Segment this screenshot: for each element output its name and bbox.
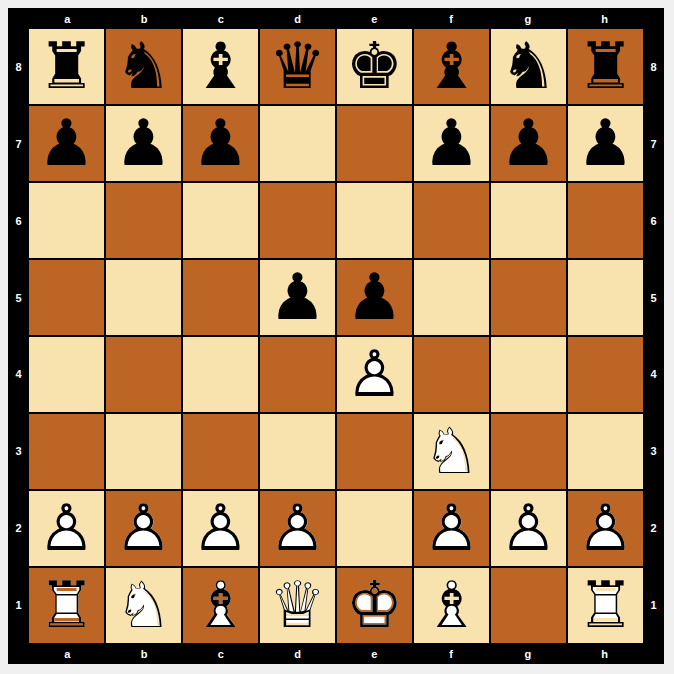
black-knight[interactable]: ♞ (491, 29, 566, 104)
square-h2[interactable]: ♟♙ (568, 491, 643, 566)
square-e3[interactable] (337, 414, 412, 489)
square-g2[interactable]: ♟♙ (491, 491, 566, 566)
rank-labels-right: 87654321 (643, 29, 664, 643)
rank-label-2: 2 (8, 490, 29, 567)
piece-fill-glyph: ♟ (577, 106, 634, 181)
square-a5[interactable] (29, 260, 104, 335)
white-pawn[interactable]: ♟♙ (568, 491, 643, 566)
white-king[interactable]: ♚♔ (337, 568, 412, 643)
square-d5[interactable]: ♟ (260, 260, 335, 335)
piece-outline-glyph: ♗ (192, 568, 249, 643)
piece-fill-glyph: ♞ (115, 29, 172, 104)
square-f1[interactable]: ♝♗ (414, 568, 489, 643)
square-b1[interactable]: ♞♘ (106, 568, 181, 643)
square-e1[interactable]: ♚♔ (337, 568, 412, 643)
black-pawn[interactable]: ♟ (29, 106, 104, 181)
white-queen[interactable]: ♛♕ (260, 568, 335, 643)
piece-fill-glyph: ♞ (500, 29, 557, 104)
square-f3[interactable]: ♞♘ (414, 414, 489, 489)
file-labels-top: abcdefgh (29, 8, 643, 29)
file-label-a: a (29, 8, 106, 29)
piece-outline-glyph: ♖ (577, 568, 634, 643)
piece-outline-glyph: ♙ (577, 491, 634, 566)
white-pawn[interactable]: ♟♙ (260, 491, 335, 566)
square-b8[interactable]: ♞ (106, 29, 181, 104)
square-h5[interactable] (568, 260, 643, 335)
square-f8[interactable]: ♝ (414, 29, 489, 104)
square-b7[interactable]: ♟ (106, 106, 181, 181)
square-b6[interactable] (106, 183, 181, 258)
square-d1[interactable]: ♛♕ (260, 568, 335, 643)
piece-outline-glyph: ♘ (423, 414, 480, 489)
piece-fill-glyph: ♟ (500, 106, 557, 181)
piece-fill-glyph: ♟ (269, 260, 326, 335)
square-c4[interactable] (183, 337, 258, 412)
rank-label-4: 4 (643, 336, 664, 413)
square-a2[interactable]: ♟♙ (29, 491, 104, 566)
square-a3[interactable] (29, 414, 104, 489)
black-bishop[interactable]: ♝ (414, 29, 489, 104)
square-f5[interactable] (414, 260, 489, 335)
rank-label-6: 6 (8, 183, 29, 260)
square-e6[interactable] (337, 183, 412, 258)
square-d4[interactable] (260, 337, 335, 412)
rank-label-8: 8 (8, 29, 29, 106)
square-e8[interactable]: ♚ (337, 29, 412, 104)
square-f4[interactable] (414, 337, 489, 412)
piece-outline-glyph: ♙ (269, 491, 326, 566)
piece-outline-glyph: ♘ (115, 568, 172, 643)
square-a8[interactable]: ♜ (29, 29, 104, 104)
square-a6[interactable] (29, 183, 104, 258)
square-e4[interactable]: ♟♙ (337, 337, 412, 412)
file-label-b: b (106, 8, 183, 29)
file-label-b: b (106, 643, 183, 664)
black-rook[interactable]: ♜ (29, 29, 104, 104)
square-d8[interactable]: ♛ (260, 29, 335, 104)
black-pawn[interactable]: ♟ (568, 106, 643, 181)
piece-fill-glyph: ♜ (38, 29, 95, 104)
piece-fill-glyph: ♟ (38, 106, 95, 181)
black-king[interactable]: ♚ (337, 29, 412, 104)
white-pawn[interactable]: ♟♙ (414, 491, 489, 566)
square-b4[interactable] (106, 337, 181, 412)
piece-fill-glyph: ♚ (346, 29, 403, 104)
square-b5[interactable] (106, 260, 181, 335)
piece-outline-glyph: ♙ (346, 337, 403, 412)
black-pawn[interactable]: ♟ (260, 260, 335, 335)
piece-outline-glyph: ♙ (115, 491, 172, 566)
board-squares: ♜♞♝♛♚♝♞♜♟♟♟♟♟♟♟♟♟♙♞♘♟♙♟♙♟♙♟♙♟♙♟♙♟♙♜♖♞♘♝♗… (29, 29, 643, 643)
square-g6[interactable] (491, 183, 566, 258)
square-d3[interactable] (260, 414, 335, 489)
black-pawn[interactable]: ♟ (106, 106, 181, 181)
white-knight[interactable]: ♞♘ (414, 414, 489, 489)
white-pawn[interactable]: ♟♙ (106, 491, 181, 566)
file-labels-bottom: abcdefgh (29, 643, 643, 664)
rank-label-7: 7 (643, 106, 664, 183)
black-knight[interactable]: ♞ (106, 29, 181, 104)
square-h1[interactable]: ♜♖ (568, 568, 643, 643)
white-knight[interactable]: ♞♘ (106, 568, 181, 643)
piece-fill-glyph: ♝ (192, 29, 249, 104)
file-label-h: h (566, 643, 643, 664)
square-g4[interactable] (491, 337, 566, 412)
black-pawn[interactable]: ♟ (337, 260, 412, 335)
rank-label-3: 3 (643, 413, 664, 490)
square-g1[interactable] (491, 568, 566, 643)
rank-label-2: 2 (643, 490, 664, 567)
file-label-g: g (490, 643, 567, 664)
square-f6[interactable] (414, 183, 489, 258)
square-h3[interactable] (568, 414, 643, 489)
piece-fill-glyph: ♟ (192, 106, 249, 181)
piece-fill-glyph: ♟ (115, 106, 172, 181)
piece-fill-glyph: ♝ (423, 29, 480, 104)
white-bishop[interactable]: ♝♗ (183, 568, 258, 643)
rank-label-3: 3 (8, 413, 29, 490)
file-label-g: g (490, 8, 567, 29)
piece-outline-glyph: ♔ (346, 568, 403, 643)
square-c6[interactable] (183, 183, 258, 258)
square-a4[interactable] (29, 337, 104, 412)
square-c3[interactable] (183, 414, 258, 489)
rank-label-7: 7 (8, 106, 29, 183)
rank-label-5: 5 (8, 259, 29, 336)
white-pawn[interactable]: ♟♙ (29, 491, 104, 566)
file-label-e: e (336, 8, 413, 29)
piece-outline-glyph: ♙ (38, 491, 95, 566)
square-g3[interactable] (491, 414, 566, 489)
rank-label-1: 1 (643, 566, 664, 643)
black-pawn[interactable]: ♟ (491, 106, 566, 181)
file-label-e: e (336, 643, 413, 664)
black-pawn[interactable]: ♟ (414, 106, 489, 181)
square-c2[interactable]: ♟♙ (183, 491, 258, 566)
piece-outline-glyph: ♙ (192, 491, 249, 566)
file-label-a: a (29, 643, 106, 664)
square-f7[interactable]: ♟ (414, 106, 489, 181)
black-bishop[interactable]: ♝ (183, 29, 258, 104)
file-label-d: d (259, 643, 336, 664)
file-label-f: f (413, 8, 490, 29)
file-label-f: f (413, 643, 490, 664)
rank-label-6: 6 (643, 183, 664, 260)
square-c1[interactable]: ♝♗ (183, 568, 258, 643)
square-c5[interactable] (183, 260, 258, 335)
square-b3[interactable] (106, 414, 181, 489)
square-h8[interactable]: ♜ (568, 29, 643, 104)
piece-fill-glyph: ♟ (346, 260, 403, 335)
square-h7[interactable]: ♟ (568, 106, 643, 181)
piece-outline-glyph: ♕ (269, 568, 326, 643)
square-h6[interactable] (568, 183, 643, 258)
piece-fill-glyph: ♟ (423, 106, 480, 181)
square-c7[interactable]: ♟ (183, 106, 258, 181)
rank-labels-left: 87654321 (8, 29, 29, 643)
black-pawn[interactable]: ♟ (183, 106, 258, 181)
square-h4[interactable] (568, 337, 643, 412)
file-label-c: c (183, 643, 260, 664)
piece-fill-glyph: ♛ (269, 29, 326, 104)
white-rook[interactable]: ♜♖ (568, 568, 643, 643)
square-a7[interactable]: ♟ (29, 106, 104, 181)
white-pawn[interactable]: ♟♙ (183, 491, 258, 566)
square-e5[interactable]: ♟ (337, 260, 412, 335)
black-queen[interactable]: ♛ (260, 29, 335, 104)
piece-outline-glyph: ♙ (500, 491, 557, 566)
square-c8[interactable]: ♝ (183, 29, 258, 104)
file-label-d: d (259, 8, 336, 29)
square-d2[interactable]: ♟♙ (260, 491, 335, 566)
piece-outline-glyph: ♖ (38, 568, 95, 643)
rank-label-1: 1 (8, 566, 29, 643)
square-d7[interactable] (260, 106, 335, 181)
white-rook[interactable]: ♜♖ (29, 568, 104, 643)
piece-outline-glyph: ♙ (423, 491, 480, 566)
piece-outline-glyph: ♗ (423, 568, 480, 643)
square-g8[interactable]: ♞ (491, 29, 566, 104)
square-g7[interactable]: ♟ (491, 106, 566, 181)
square-a1[interactable]: ♜♖ (29, 568, 104, 643)
chess-board: abcdefgh 87654321 87654321 abcdefgh ♜♞♝♛… (8, 8, 664, 664)
square-f2[interactable]: ♟♙ (414, 491, 489, 566)
square-g5[interactable] (491, 260, 566, 335)
rank-label-8: 8 (643, 29, 664, 106)
black-rook[interactable]: ♜ (568, 29, 643, 104)
file-label-h: h (566, 8, 643, 29)
white-pawn[interactable]: ♟♙ (491, 491, 566, 566)
square-e7[interactable] (337, 106, 412, 181)
square-e2[interactable] (337, 491, 412, 566)
file-label-c: c (183, 8, 260, 29)
square-d6[interactable] (260, 183, 335, 258)
square-b2[interactable]: ♟♙ (106, 491, 181, 566)
rank-label-5: 5 (643, 259, 664, 336)
piece-fill-glyph: ♜ (577, 29, 634, 104)
white-pawn[interactable]: ♟♙ (337, 337, 412, 412)
rank-label-4: 4 (8, 336, 29, 413)
white-bishop[interactable]: ♝♗ (414, 568, 489, 643)
